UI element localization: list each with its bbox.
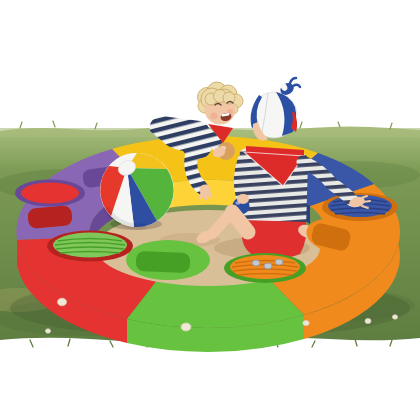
photo-canvas: [0, 0, 420, 420]
cheek-blush: [211, 113, 218, 120]
cup-recess-green: [136, 251, 191, 273]
seat-green-pad: [53, 233, 127, 258]
child-right-left-hand: [237, 194, 249, 204]
child-right-left-sleeve: [240, 160, 244, 195]
seat-red-disc: [21, 183, 79, 204]
cup-recess-red: [27, 205, 73, 229]
finger: [204, 194, 208, 201]
scene-photo: [0, 0, 420, 420]
